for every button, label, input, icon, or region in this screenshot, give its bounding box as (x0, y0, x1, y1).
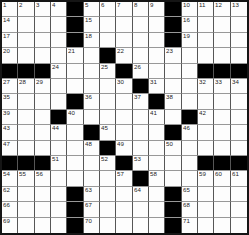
cell-r11c8 (116, 156, 132, 171)
clue-number: 28 (19, 79, 26, 85)
clue-number: 16 (183, 17, 190, 23)
cell-r11c7[interactable]: 52 (100, 156, 116, 171)
crossword-board: 1234567891011121314151617181920212223242… (2, 2, 247, 233)
cell-r2c10[interactable] (149, 17, 165, 32)
cell-r3c9[interactable] (133, 33, 149, 48)
crossword-board-frame: 1234567891011121314151617181920212223242… (0, 0, 249, 235)
clue-number: 37 (134, 94, 141, 100)
cell-r6c11[interactable] (165, 79, 181, 94)
cell-r7c10 (149, 94, 165, 109)
cell-r5c6[interactable] (84, 64, 100, 79)
cell-r3c1[interactable]: 17 (2, 33, 18, 48)
clue-number: 2 (19, 2, 22, 8)
cell-r8c15[interactable] (231, 110, 247, 125)
clue-number: 56 (36, 171, 43, 177)
cell-r12c9 (133, 171, 149, 186)
cell-r13c5 (67, 187, 83, 202)
cell-r14c14[interactable] (214, 202, 230, 217)
cell-r7c11[interactable]: 38 (165, 94, 181, 109)
clue-number: 43 (3, 125, 10, 131)
cell-r1c14[interactable]: 12 (214, 2, 230, 17)
cell-r11c4[interactable]: 51 (51, 156, 67, 171)
cell-r10c15[interactable] (231, 141, 247, 156)
clue-number: 14 (3, 17, 10, 23)
cell-r10c13[interactable] (198, 141, 214, 156)
cell-r9c7[interactable]: 45 (100, 125, 116, 140)
clue-number: 42 (199, 110, 206, 116)
clue-number: 35 (3, 94, 10, 100)
cell-r3c6[interactable]: 18 (84, 33, 100, 48)
cell-r14c13[interactable] (198, 202, 214, 217)
cell-r11c5[interactable] (67, 156, 83, 171)
cell-r2c6[interactable]: 15 (84, 17, 100, 32)
cell-r4c12[interactable] (182, 48, 198, 63)
clue-number: 46 (183, 125, 190, 131)
cell-r14c12[interactable]: 68 (182, 202, 198, 217)
cell-r2c7[interactable] (100, 17, 116, 32)
clue-number: 5 (85, 2, 88, 8)
cell-r8c1[interactable]: 39 (2, 110, 18, 125)
cell-r2c1[interactable]: 14 (2, 17, 18, 32)
cell-r12c3[interactable]: 56 (35, 171, 51, 186)
cell-r4c9[interactable] (133, 48, 149, 63)
clue-number: 38 (166, 94, 173, 100)
clue-number: 1 (3, 2, 6, 8)
cell-r6c3[interactable]: 29 (35, 79, 51, 94)
cell-r4c14[interactable] (214, 48, 230, 63)
cell-r9c9[interactable] (133, 125, 149, 140)
cell-r8c4 (51, 110, 67, 125)
clue-number: 40 (68, 110, 75, 116)
cell-r1c3[interactable]: 3 (35, 2, 51, 17)
cell-r10c5[interactable] (67, 141, 83, 156)
cell-r6c14[interactable]: 33 (214, 79, 230, 94)
cell-r10c7 (100, 141, 116, 156)
cell-r11c3 (35, 156, 51, 171)
clue-number: 59 (199, 171, 206, 177)
clue-number: 11 (199, 2, 205, 8)
cell-r4c11[interactable]: 23 (165, 48, 181, 63)
cell-r3c2[interactable] (18, 33, 34, 48)
cell-r15c8[interactable] (116, 218, 132, 233)
cell-r11c2 (18, 156, 34, 171)
clue-number: 27 (3, 79, 10, 85)
cell-r10c14[interactable] (214, 141, 230, 156)
cell-r2c4[interactable] (51, 17, 67, 32)
cell-r15c14[interactable] (214, 218, 230, 233)
cell-r11c9[interactable]: 53 (133, 156, 149, 171)
cell-r5c12[interactable] (182, 64, 198, 79)
cell-r9c11 (165, 125, 181, 140)
cell-r12c2[interactable]: 55 (18, 171, 34, 186)
cell-r9c1[interactable]: 43 (2, 125, 18, 140)
cell-r2c9[interactable] (133, 17, 149, 32)
cell-r15c7[interactable] (100, 218, 116, 233)
cell-r12c6[interactable] (84, 171, 100, 186)
cell-r12c13[interactable]: 59 (198, 171, 214, 186)
cell-r8c10[interactable]: 41 (149, 110, 165, 125)
clue-number: 60 (215, 171, 222, 177)
cell-r12c14[interactable]: 60 (214, 171, 230, 186)
clue-number: 12 (215, 2, 222, 8)
clue-number: 4 (52, 2, 55, 8)
cell-r7c5 (67, 94, 83, 109)
cell-r6c2[interactable]: 28 (18, 79, 34, 94)
cell-r3c3[interactable] (35, 33, 51, 48)
clue-number: 23 (166, 48, 173, 54)
cell-r3c14[interactable] (214, 33, 230, 48)
cell-r13c13[interactable] (198, 187, 214, 202)
clue-number: 33 (215, 79, 222, 85)
cell-r13c9[interactable]: 64 (133, 187, 149, 202)
clue-number: 51 (52, 156, 59, 162)
cell-r8c8[interactable] (116, 110, 132, 125)
clue-number: 62 (3, 187, 10, 193)
cell-r4c4[interactable] (51, 48, 67, 63)
clue-number: 6 (101, 2, 104, 8)
cell-r13c2[interactable] (18, 187, 34, 202)
cell-r8c11[interactable] (165, 110, 181, 125)
cell-r2c13[interactable] (198, 17, 214, 32)
cell-r15c10[interactable] (149, 218, 165, 233)
cell-r15c11 (165, 218, 181, 233)
clue-number: 34 (232, 79, 239, 85)
cell-r6c7[interactable] (100, 79, 116, 94)
cell-r15c4[interactable] (51, 218, 67, 233)
cell-r13c4[interactable] (51, 187, 67, 202)
cell-r12c7[interactable] (100, 171, 116, 186)
cell-r1c2[interactable]: 2 (18, 2, 34, 17)
cell-r3c12[interactable]: 19 (182, 33, 198, 48)
cell-r11c14 (214, 156, 230, 171)
clue-number: 13 (232, 2, 239, 8)
clue-number: 69 (3, 218, 10, 224)
cell-r5c10[interactable] (149, 64, 165, 79)
clue-number: 7 (117, 2, 120, 8)
cell-r11c1 (2, 156, 18, 171)
cell-r15c1[interactable]: 69 (2, 218, 18, 233)
cell-r6c1[interactable]: 27 (2, 79, 18, 94)
cell-r11c13 (198, 156, 214, 171)
cell-r10c3[interactable] (35, 141, 51, 156)
cell-r4c10[interactable] (149, 48, 165, 63)
clue-number: 26 (134, 64, 141, 70)
cell-r7c7[interactable] (100, 94, 116, 109)
cell-r14c4[interactable] (51, 202, 67, 217)
cell-r1c5 (67, 2, 83, 17)
cell-r12c11[interactable] (165, 171, 181, 186)
cell-r12c5[interactable] (67, 171, 83, 186)
clue-number: 10 (183, 2, 190, 8)
cell-r9c4[interactable]: 44 (51, 125, 67, 140)
cell-r10c9[interactable] (133, 141, 149, 156)
cell-r7c1[interactable]: 35 (2, 94, 18, 109)
clue-number: 70 (85, 218, 92, 224)
cell-r10c2[interactable] (18, 141, 34, 156)
cell-r9c2[interactable] (18, 125, 34, 140)
cell-r12c1[interactable]: 54 (2, 171, 18, 186)
clue-number: 18 (85, 33, 92, 39)
clue-number: 64 (134, 187, 141, 193)
cell-r1c1[interactable]: 1 (2, 2, 18, 17)
cell-r11c12[interactable] (182, 156, 198, 171)
cell-r6c10[interactable]: 31 (149, 79, 165, 94)
cell-r7c3[interactable] (35, 94, 51, 109)
cell-r5c2 (18, 64, 34, 79)
clue-number: 63 (85, 187, 92, 193)
cell-r5c13 (198, 64, 214, 79)
cell-r1c11 (165, 2, 181, 17)
cell-r14c5 (67, 202, 83, 217)
cell-r3c5 (67, 33, 83, 48)
clue-number: 67 (85, 202, 92, 208)
cell-r4c6[interactable] (84, 48, 100, 63)
cell-r9c6 (84, 125, 100, 140)
cell-r8c2[interactable] (18, 110, 34, 125)
cell-r6c4[interactable] (51, 79, 67, 94)
clue-number: 68 (183, 202, 190, 208)
cell-r1c12[interactable]: 10 (182, 2, 198, 17)
cell-r2c15[interactable] (231, 17, 247, 32)
cell-r2c11 (165, 17, 181, 32)
cell-r13c6[interactable]: 63 (84, 187, 100, 202)
clue-number: 45 (101, 125, 108, 131)
cell-r12c4[interactable] (51, 171, 67, 186)
cell-r14c11 (165, 202, 181, 217)
cell-r13c10[interactable] (149, 187, 165, 202)
clue-number: 32 (199, 79, 206, 85)
cell-r6c9 (133, 79, 149, 94)
cell-r3c7[interactable] (100, 33, 116, 48)
cell-r2c3[interactable] (35, 17, 51, 32)
cell-r12c10[interactable]: 58 (149, 171, 165, 186)
cell-r15c6[interactable]: 70 (84, 218, 100, 233)
cell-r6c6[interactable] (84, 79, 100, 94)
cell-r13c14[interactable] (214, 187, 230, 202)
cell-r4c1[interactable]: 20 (2, 48, 18, 63)
cell-r13c3[interactable] (35, 187, 51, 202)
cell-r9c12[interactable]: 46 (182, 125, 198, 140)
cell-r1c6[interactable]: 5 (84, 2, 100, 17)
cell-r10c6[interactable]: 48 (84, 141, 100, 156)
cell-r1c4[interactable]: 4 (51, 2, 67, 17)
cell-r14c2[interactable] (18, 202, 34, 217)
clue-number: 71 (183, 218, 190, 224)
cell-r5c3 (35, 64, 51, 79)
cell-r4c5[interactable]: 21 (67, 48, 83, 63)
cell-r8c14[interactable] (214, 110, 230, 125)
cell-r5c1 (2, 64, 18, 79)
cell-r6c8[interactable]: 30 (116, 79, 132, 94)
cell-r1c8[interactable]: 7 (116, 2, 132, 17)
clue-number: 48 (85, 141, 92, 147)
cell-r9c14[interactable] (214, 125, 230, 140)
cell-r8c7[interactable] (100, 110, 116, 125)
clue-number: 44 (52, 125, 59, 131)
cell-r9c15[interactable] (231, 125, 247, 140)
clue-number: 65 (183, 187, 190, 193)
cell-r3c8[interactable] (116, 33, 132, 48)
cell-r15c12[interactable]: 71 (182, 218, 198, 233)
clue-number: 52 (101, 156, 108, 162)
cell-r14c10[interactable] (149, 202, 165, 217)
cell-r5c4[interactable]: 24 (51, 64, 67, 79)
clue-number: 66 (3, 202, 10, 208)
cell-r11c11[interactable] (165, 156, 181, 171)
cell-r7c6[interactable]: 36 (84, 94, 100, 109)
clue-number: 47 (3, 141, 10, 147)
cell-r7c15[interactable] (231, 94, 247, 109)
clue-number: 9 (150, 2, 153, 8)
cell-r10c8[interactable]: 49 (116, 141, 132, 156)
cell-r8c12 (182, 110, 198, 125)
cell-r7c2[interactable] (18, 94, 34, 109)
cell-r11c15 (231, 156, 247, 171)
cell-r2c5 (67, 17, 83, 32)
clue-number: 31 (150, 79, 157, 85)
cell-r5c15 (231, 64, 247, 79)
clue-number: 19 (183, 33, 190, 39)
cell-r9c10[interactable] (149, 125, 165, 140)
cell-r7c13[interactable] (198, 94, 214, 109)
clue-number: 36 (85, 94, 92, 100)
cell-r13c7[interactable] (100, 187, 116, 202)
cell-r10c12[interactable] (182, 141, 198, 156)
cell-r11c6[interactable] (84, 156, 100, 171)
cell-r11c10[interactable] (149, 156, 165, 171)
cell-r4c13[interactable] (198, 48, 214, 63)
cell-r1c7[interactable]: 6 (100, 2, 116, 17)
cell-r5c7[interactable]: 25 (100, 64, 116, 79)
cell-r15c13[interactable] (198, 218, 214, 233)
cell-r5c11[interactable] (165, 64, 181, 79)
cell-r7c9[interactable]: 37 (133, 94, 149, 109)
cell-r14c15[interactable] (231, 202, 247, 217)
cell-r12c12[interactable] (182, 171, 198, 186)
clue-number: 29 (36, 79, 43, 85)
cell-r7c8[interactable] (116, 94, 132, 109)
cell-r15c5 (67, 218, 83, 233)
clue-number: 3 (36, 2, 39, 8)
clue-number: 55 (19, 171, 26, 177)
cell-r13c1[interactable]: 62 (2, 187, 18, 202)
cell-r10c10[interactable] (149, 141, 165, 156)
cell-r1c9[interactable]: 8 (133, 2, 149, 17)
cell-r14c1[interactable]: 66 (2, 202, 18, 217)
clue-number: 24 (52, 64, 59, 70)
cell-r8c6[interactable] (84, 110, 100, 125)
cell-r4c3[interactable] (35, 48, 51, 63)
cell-r14c7[interactable] (100, 202, 116, 217)
cell-r15c15[interactable] (231, 218, 247, 233)
cell-r3c11 (165, 33, 181, 48)
clue-number: 57 (117, 171, 124, 177)
cell-r5c8 (116, 64, 132, 79)
cell-r6c5[interactable] (67, 79, 83, 94)
cell-r10c11[interactable]: 50 (165, 141, 181, 156)
cell-r3c4[interactable] (51, 33, 67, 48)
cell-r8c9[interactable] (133, 110, 149, 125)
cell-r5c5[interactable] (67, 64, 83, 79)
cell-r13c12[interactable]: 65 (182, 187, 198, 202)
clue-number: 53 (134, 156, 141, 162)
cell-r14c6[interactable]: 67 (84, 202, 100, 217)
cell-r3c10[interactable] (149, 33, 165, 48)
cell-r4c7 (100, 48, 116, 63)
cell-r9c8[interactable] (116, 125, 132, 140)
cell-r2c12[interactable]: 16 (182, 17, 198, 32)
clue-number: 25 (101, 64, 108, 70)
cell-r6c13[interactable]: 32 (198, 79, 214, 94)
cell-r15c2[interactable] (18, 218, 34, 233)
clue-number: 61 (232, 171, 239, 177)
cell-r2c2[interactable] (18, 17, 34, 32)
cell-r12c8[interactable]: 57 (116, 171, 132, 186)
cell-r1c10[interactable]: 9 (149, 2, 165, 17)
cell-r2c14[interactable] (214, 17, 230, 32)
clue-number: 22 (117, 48, 124, 54)
cell-r9c13[interactable] (198, 125, 214, 140)
cell-r9c3[interactable] (35, 125, 51, 140)
clue-number: 54 (3, 171, 10, 177)
clue-number: 39 (3, 110, 10, 116)
cell-r7c4[interactable] (51, 94, 67, 109)
cell-r4c8[interactable]: 22 (116, 48, 132, 63)
cell-r5c9[interactable]: 26 (133, 64, 149, 79)
cell-r8c5[interactable]: 40 (67, 110, 83, 125)
cell-r13c11 (165, 187, 181, 202)
cell-r4c15[interactable] (231, 48, 247, 63)
clue-number: 20 (3, 48, 10, 54)
clue-number: 58 (150, 171, 157, 177)
cell-r8c3[interactable] (35, 110, 51, 125)
cell-r15c9[interactable] (133, 218, 149, 233)
cell-r14c9[interactable] (133, 202, 149, 217)
clue-number: 8 (134, 2, 137, 8)
cell-r6c12[interactable] (182, 79, 198, 94)
cell-r14c3[interactable] (35, 202, 51, 217)
cell-r7c14[interactable] (214, 94, 230, 109)
cell-r10c1[interactable]: 47 (2, 141, 18, 156)
cell-r8c13[interactable]: 42 (198, 110, 214, 125)
cell-r13c8[interactable] (116, 187, 132, 202)
cell-r3c13[interactable] (198, 33, 214, 48)
clue-number: 17 (3, 33, 10, 39)
cell-r12c15[interactable]: 61 (231, 171, 247, 186)
clue-number: 15 (85, 17, 92, 23)
cell-r6c15[interactable]: 34 (231, 79, 247, 94)
cell-r4c2[interactable] (18, 48, 34, 63)
cell-r13c15[interactable] (231, 187, 247, 202)
cell-r1c13[interactable]: 11 (198, 2, 214, 17)
cell-r2c8[interactable] (116, 17, 132, 32)
clue-number: 30 (117, 79, 124, 85)
cell-r10c4[interactable] (51, 141, 67, 156)
clue-number: 41 (150, 110, 157, 116)
cell-r1c15[interactable]: 13 (231, 2, 247, 17)
clue-number: 21 (68, 48, 75, 54)
cell-r3c15[interactable] (231, 33, 247, 48)
cell-r7c12[interactable] (182, 94, 198, 109)
clue-number: 49 (117, 141, 124, 147)
cell-r15c3[interactable] (35, 218, 51, 233)
cell-r5c14 (214, 64, 230, 79)
cell-r14c8[interactable] (116, 202, 132, 217)
clue-number: 50 (166, 141, 173, 147)
cell-r9c5[interactable] (67, 125, 83, 140)
